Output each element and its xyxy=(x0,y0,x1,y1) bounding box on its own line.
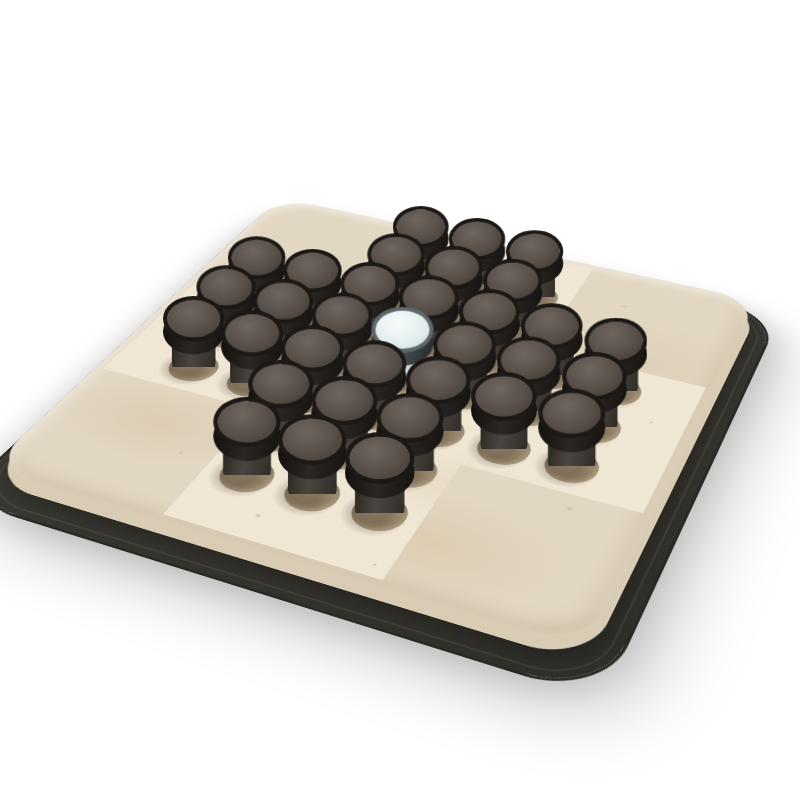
peg-cap xyxy=(278,414,347,465)
peg-capside xyxy=(538,402,605,452)
peg-dark[interactable] xyxy=(163,296,224,379)
peg-dark[interactable] xyxy=(213,396,281,487)
peg-cap xyxy=(345,432,415,484)
peg-cap xyxy=(538,388,605,438)
peg-cap xyxy=(471,371,537,420)
peg-cap xyxy=(163,296,224,342)
peg-dark[interactable] xyxy=(278,414,347,507)
peg-dark[interactable] xyxy=(538,388,605,479)
peg-cap xyxy=(213,396,281,446)
peg-dark[interactable] xyxy=(471,371,537,460)
solitaire-board xyxy=(0,197,758,648)
peg-capside xyxy=(213,411,281,461)
product-scene xyxy=(0,0,800,800)
peg-dark[interactable] xyxy=(345,432,415,526)
board-cell xyxy=(457,420,549,477)
peg-capside xyxy=(345,446,415,498)
peg-capside xyxy=(471,385,537,434)
peg-capside xyxy=(278,428,347,479)
peg-cap xyxy=(221,310,283,356)
